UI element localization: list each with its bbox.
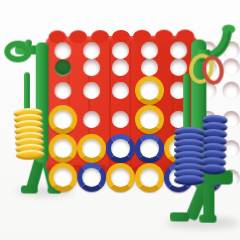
empty-hole xyxy=(170,42,187,59)
left-foot-pad-front xyxy=(21,185,38,193)
yellow-disc-stack xyxy=(12,107,44,160)
left-arm-knob xyxy=(25,40,32,47)
cell-r1c2 xyxy=(77,42,106,59)
cell-r1c3 xyxy=(106,42,135,59)
cell-r3c4 xyxy=(135,76,164,105)
empty-hole xyxy=(141,42,158,59)
cell-r6c3 xyxy=(106,163,135,192)
cell-r6c1 xyxy=(49,163,78,192)
cell-r3c2 xyxy=(77,76,106,105)
blue-disc xyxy=(77,163,106,192)
right-disc-storage-pole xyxy=(183,74,190,130)
empty-hole xyxy=(112,82,129,99)
cell-r3c1 xyxy=(49,76,78,105)
board-grid xyxy=(49,42,195,167)
cell-r4c3 xyxy=(106,105,135,134)
yellow-disc xyxy=(49,105,78,134)
right-foot-pad-front xyxy=(170,212,189,221)
cell-r2c2 xyxy=(77,59,106,76)
empty-hole xyxy=(83,82,100,99)
blue-disc-stack-front xyxy=(174,127,204,185)
empty-hole xyxy=(54,42,71,59)
hanging-rings xyxy=(1,0,240,1)
yellow-disc xyxy=(135,105,164,134)
cell-r2c3 xyxy=(106,59,135,76)
right-leg-rear-strut xyxy=(203,180,214,218)
empty-hole xyxy=(83,42,100,59)
cell-r4c2 xyxy=(77,105,106,134)
empty-hole xyxy=(112,59,129,76)
cell-r4c1 xyxy=(49,105,78,134)
cell-r5c2 xyxy=(77,134,106,163)
cell-r5c4 xyxy=(135,134,164,163)
cell-r3c7 xyxy=(223,76,240,105)
blue-disc xyxy=(135,134,164,163)
empty-hole xyxy=(83,111,100,128)
yellow-disc xyxy=(135,76,164,105)
yellow-disc xyxy=(49,134,78,163)
cell-r5c1 xyxy=(49,134,78,163)
game-unit xyxy=(1,0,240,240)
empty-hole xyxy=(54,82,71,99)
product-photo-giant-connect-four xyxy=(0,0,240,240)
empty-hole xyxy=(223,82,240,99)
cell-r2c4 xyxy=(135,59,164,76)
cell-r1c5 xyxy=(164,42,193,59)
empty-hole xyxy=(83,59,100,76)
yellow-disc xyxy=(135,163,164,192)
blue-disc xyxy=(106,134,135,163)
cell-r6c2 xyxy=(77,163,106,192)
blue-disc-stack-outer xyxy=(200,115,227,175)
cell-r2c1 xyxy=(49,59,78,76)
cell-r4c4 xyxy=(135,105,164,134)
yellow-disc xyxy=(106,163,135,192)
empty-hole xyxy=(112,42,129,59)
cell-r3c3 xyxy=(106,76,135,105)
stacked-blue-disc xyxy=(174,175,204,185)
empty-hole xyxy=(141,59,158,76)
right-foot-pad-rear xyxy=(199,215,216,223)
yellow-disc xyxy=(77,134,106,163)
yellow-disc xyxy=(49,163,78,192)
stacked-yellow-disc xyxy=(15,149,44,160)
empty-hole xyxy=(112,111,129,128)
cell-r6c4 xyxy=(135,163,164,192)
empty-hole xyxy=(54,59,71,76)
cell-r5c3 xyxy=(106,134,135,163)
cell-r1c1 xyxy=(49,42,78,59)
cell-r1c4 xyxy=(135,42,164,59)
